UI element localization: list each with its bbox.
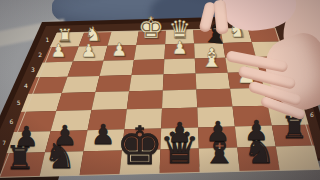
square-g5[interactable]: [56, 92, 95, 111]
square-d4[interactable]: [163, 74, 197, 91]
piece-black-R-a7[interactable]: ♜: [279, 113, 310, 144]
rank-label-left-5: 5: [17, 99, 21, 106]
rank-label-left-3: 3: [31, 66, 35, 73]
rank-label-left-2: 2: [38, 51, 42, 58]
piece-white-K-e1[interactable]: ♚: [136, 14, 165, 43]
chess-lesson-photo: 1234567456 ♚♛♜♞♞♝♟♟♟♟♟♚♛♜♜♞♞♝♟♟♟♟♟♟ ♝: [0, 0, 320, 180]
square-c5[interactable]: [196, 89, 232, 108]
piece-black-P-h7[interactable]: ♟: [13, 123, 41, 151]
piece-white-P-g2[interactable]: ♟: [80, 42, 98, 60]
square-f4[interactable]: [96, 75, 132, 92]
piece-black-P-d7[interactable]: ♟: [166, 119, 194, 147]
piece-white-P-h2[interactable]: ♟: [49, 42, 67, 60]
piece-black-P-b7[interactable]: ♟: [243, 117, 271, 145]
square-e5[interactable]: [127, 90, 163, 109]
square-e3[interactable]: [132, 59, 165, 75]
square-g3[interactable]: [68, 61, 104, 77]
piece-black-P-f7[interactable]: ♟: [89, 121, 117, 149]
square-e2[interactable]: [134, 44, 165, 60]
piece-white-P-d2[interactable]: ♟: [171, 39, 189, 57]
square-g4[interactable]: [62, 76, 100, 93]
square-f3[interactable]: [100, 60, 134, 76]
piece-black-P-c7[interactable]: ♟: [204, 118, 232, 146]
square-c4[interactable]: [196, 73, 230, 90]
square-e4[interactable]: [129, 74, 164, 91]
square-f5[interactable]: [92, 91, 130, 110]
piece-white-P-f2[interactable]: ♟: [110, 41, 128, 59]
rank-label-left-4: 4: [24, 82, 28, 89]
square-d3[interactable]: [164, 59, 196, 75]
rank-label-right-6: 6: [310, 111, 314, 118]
piece-black-P-g7[interactable]: ♟: [51, 122, 79, 150]
square-d5[interactable]: [162, 90, 197, 109]
